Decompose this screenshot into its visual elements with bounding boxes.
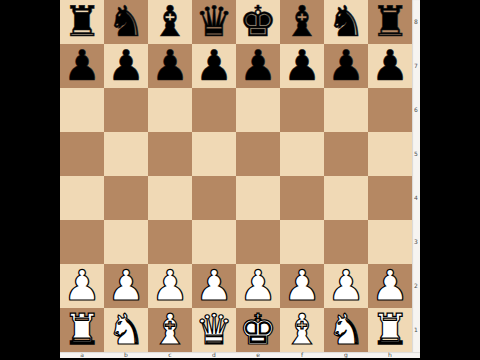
rank-label-3: 3: [412, 220, 420, 264]
black-rook[interactable]: ♜︎: [60, 0, 104, 44]
square-b4[interactable]: [104, 176, 148, 220]
file-coordinates: abcdefgh: [60, 352, 420, 358]
file-label-c: c: [148, 352, 192, 358]
white-pawn[interactable]: ♟︎: [148, 264, 192, 308]
rank-label-5: 5: [412, 132, 420, 176]
letterbox-right: [420, 0, 480, 360]
square-e5[interactable]: [236, 132, 280, 176]
square-b3[interactable]: [104, 220, 148, 264]
white-pawn[interactable]: ♟︎: [192, 264, 236, 308]
square-b2[interactable]: ♟︎: [104, 264, 148, 308]
chess-board: ♜︎♞︎♝︎♛︎♚︎♝︎♞︎♜︎♟︎♟︎♟︎♟︎♟︎♟︎♟︎♟︎♟︎♟︎♟︎♟︎…: [60, 0, 420, 358]
square-g5[interactable]: [324, 132, 368, 176]
file-label-g: g: [324, 352, 368, 358]
square-b5[interactable]: [104, 132, 148, 176]
square-g3[interactable]: [324, 220, 368, 264]
black-knight[interactable]: ♞︎: [104, 0, 148, 44]
black-pawn[interactable]: ♟︎: [104, 44, 148, 88]
white-knight[interactable]: ♞︎: [324, 308, 368, 352]
white-bishop[interactable]: ♝︎: [280, 308, 324, 352]
square-d2[interactable]: ♟︎: [192, 264, 236, 308]
square-c1[interactable]: ♝︎: [148, 308, 192, 352]
square-g4[interactable]: [324, 176, 368, 220]
square-f7[interactable]: ♟︎: [280, 44, 324, 88]
square-d3[interactable]: [192, 220, 236, 264]
square-c8[interactable]: ♝︎: [148, 0, 192, 44]
square-g8[interactable]: ♞︎: [324, 0, 368, 44]
file-label-e: e: [236, 352, 280, 358]
rank-label-8: 8: [412, 0, 420, 44]
black-pawn[interactable]: ♟︎: [192, 44, 236, 88]
black-queen[interactable]: ♛︎: [192, 0, 236, 44]
square-c7[interactable]: ♟︎: [148, 44, 192, 88]
black-bishop[interactable]: ♝︎: [148, 0, 192, 44]
black-pawn[interactable]: ♟︎: [324, 44, 368, 88]
square-d1[interactable]: ♛︎: [192, 308, 236, 352]
square-e4[interactable]: [236, 176, 280, 220]
letterbox-left: [0, 0, 60, 360]
black-knight[interactable]: ♞︎: [324, 0, 368, 44]
file-label-d: d: [192, 352, 236, 358]
square-g2[interactable]: ♟︎: [324, 264, 368, 308]
square-f6[interactable]: [280, 88, 324, 132]
square-a1[interactable]: ♜︎: [60, 308, 104, 352]
square-f1[interactable]: ♝︎: [280, 308, 324, 352]
rank-label-6: 6: [412, 88, 420, 132]
rank-label-4: 4: [412, 176, 420, 220]
square-c4[interactable]: [148, 176, 192, 220]
square-a5[interactable]: [60, 132, 104, 176]
white-queen[interactable]: ♛︎: [192, 308, 236, 352]
square-e3[interactable]: [236, 220, 280, 264]
square-c6[interactable]: [148, 88, 192, 132]
square-e2[interactable]: ♟︎: [236, 264, 280, 308]
square-c2[interactable]: ♟︎: [148, 264, 192, 308]
square-h3[interactable]: [368, 220, 412, 264]
square-f5[interactable]: [280, 132, 324, 176]
square-d4[interactable]: [192, 176, 236, 220]
square-g7[interactable]: ♟︎: [324, 44, 368, 88]
square-a6[interactable]: [60, 88, 104, 132]
white-bishop[interactable]: ♝︎: [148, 308, 192, 352]
white-rook[interactable]: ♜︎: [60, 308, 104, 352]
square-d5[interactable]: [192, 132, 236, 176]
square-g1[interactable]: ♞︎: [324, 308, 368, 352]
square-g6[interactable]: [324, 88, 368, 132]
square-e6[interactable]: [236, 88, 280, 132]
white-pawn[interactable]: ♟︎: [60, 264, 104, 308]
square-a7[interactable]: ♟︎: [60, 44, 104, 88]
file-label-a: a: [60, 352, 104, 358]
black-pawn[interactable]: ♟︎: [280, 44, 324, 88]
square-a3[interactable]: [60, 220, 104, 264]
square-b8[interactable]: ♞︎: [104, 0, 148, 44]
square-d8[interactable]: ♛︎: [192, 0, 236, 44]
square-b7[interactable]: ♟︎: [104, 44, 148, 88]
white-pawn[interactable]: ♟︎: [236, 264, 280, 308]
square-h8[interactable]: ♜︎: [368, 0, 412, 44]
black-rook[interactable]: ♜︎: [368, 0, 412, 44]
square-h1[interactable]: ♜︎: [368, 308, 412, 352]
square-c3[interactable]: [148, 220, 192, 264]
square-h2[interactable]: ♟︎: [368, 264, 412, 308]
black-bishop[interactable]: ♝︎: [280, 0, 324, 44]
board-squares: ♜︎♞︎♝︎♛︎♚︎♝︎♞︎♜︎♟︎♟︎♟︎♟︎♟︎♟︎♟︎♟︎♟︎♟︎♟︎♟︎…: [60, 0, 412, 352]
white-knight[interactable]: ♞︎: [104, 308, 148, 352]
black-pawn[interactable]: ♟︎: [60, 44, 104, 88]
rank-label-1: 1: [412, 308, 420, 352]
square-e1[interactable]: ♚︎: [236, 308, 280, 352]
square-f3[interactable]: [280, 220, 324, 264]
square-e7[interactable]: ♟︎: [236, 44, 280, 88]
square-e8[interactable]: ♚︎: [236, 0, 280, 44]
square-f8[interactable]: ♝︎: [280, 0, 324, 44]
square-d7[interactable]: ♟︎: [192, 44, 236, 88]
rank-label-2: 2: [412, 264, 420, 308]
video-frame: ♜︎♞︎♝︎♛︎♚︎♝︎♞︎♜︎♟︎♟︎♟︎♟︎♟︎♟︎♟︎♟︎♟︎♟︎♟︎♟︎…: [0, 0, 480, 360]
square-h6[interactable]: [368, 88, 412, 132]
square-b6[interactable]: [104, 88, 148, 132]
white-rook[interactable]: ♜︎: [368, 308, 412, 352]
square-h7[interactable]: ♟︎: [368, 44, 412, 88]
square-f2[interactable]: ♟︎: [280, 264, 324, 308]
square-b1[interactable]: ♞︎: [104, 308, 148, 352]
rank-label-7: 7: [412, 44, 420, 88]
white-pawn[interactable]: ♟︎: [280, 264, 324, 308]
file-label-f: f: [280, 352, 324, 358]
white-king[interactable]: ♚︎: [236, 308, 280, 352]
square-a2[interactable]: ♟︎: [60, 264, 104, 308]
square-c5[interactable]: [148, 132, 192, 176]
file-label-b: b: [104, 352, 148, 358]
black-pawn[interactable]: ♟︎: [148, 44, 192, 88]
square-h5[interactable]: [368, 132, 412, 176]
square-a8[interactable]: ♜︎: [60, 0, 104, 44]
file-label-h: h: [368, 352, 412, 358]
white-pawn[interactable]: ♟︎: [368, 264, 412, 308]
rank-coordinates: 87654321: [412, 0, 420, 358]
square-a4[interactable]: [60, 176, 104, 220]
black-pawn[interactable]: ♟︎: [236, 44, 280, 88]
black-king[interactable]: ♚︎: [236, 0, 280, 44]
white-pawn[interactable]: ♟︎: [324, 264, 368, 308]
square-f4[interactable]: [280, 176, 324, 220]
square-h4[interactable]: [368, 176, 412, 220]
square-d6[interactable]: [192, 88, 236, 132]
white-pawn[interactable]: ♟︎: [104, 264, 148, 308]
black-pawn[interactable]: ♟︎: [368, 44, 412, 88]
